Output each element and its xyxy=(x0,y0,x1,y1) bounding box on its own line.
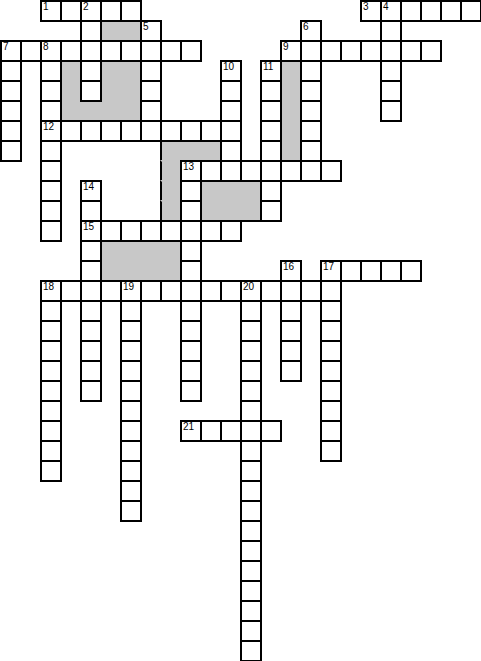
letter-cell[interactable] xyxy=(80,120,102,142)
letter-cell[interactable] xyxy=(160,280,182,302)
letter-cell[interactable] xyxy=(240,160,262,182)
letter-cell[interactable]: 6 xyxy=(300,20,322,42)
letter-cell[interactable] xyxy=(260,200,282,222)
letter-cell[interactable] xyxy=(80,340,102,362)
letter-cell[interactable] xyxy=(260,80,282,102)
clue-number: 9 xyxy=(283,42,289,52)
letter-cell[interactable] xyxy=(100,220,122,242)
letter-cell[interactable] xyxy=(280,280,302,302)
letter-cell[interactable] xyxy=(360,40,382,62)
letter-cell[interactable] xyxy=(280,300,302,322)
letter-cell[interactable] xyxy=(180,360,202,382)
letter-cell[interactable]: 7 xyxy=(0,40,22,62)
letter-cell[interactable] xyxy=(300,100,322,122)
letter-cell[interactable]: 2 xyxy=(80,0,102,22)
letter-cell[interactable] xyxy=(60,120,82,142)
letter-cell[interactable] xyxy=(300,60,322,82)
letter-cell[interactable] xyxy=(300,120,322,142)
letter-cell[interactable] xyxy=(220,420,242,442)
letter-cell[interactable] xyxy=(320,40,342,62)
letter-cell[interactable]: 19 xyxy=(120,280,142,302)
clue-number: 19 xyxy=(123,282,134,292)
letter-cell[interactable] xyxy=(60,40,82,62)
shaded-cell xyxy=(200,180,222,202)
letter-cell[interactable] xyxy=(320,160,342,182)
letter-cell[interactable] xyxy=(80,380,102,402)
shaded-cell xyxy=(100,20,122,42)
letter-cell[interactable] xyxy=(240,400,262,422)
letter-cell[interactable] xyxy=(120,320,142,342)
letter-cell[interactable] xyxy=(220,160,242,182)
letter-cell[interactable] xyxy=(120,480,142,502)
clue-number: 3 xyxy=(363,2,369,12)
letter-cell[interactable] xyxy=(320,400,342,422)
shaded-cell xyxy=(60,80,82,102)
letter-cell[interactable] xyxy=(320,360,342,382)
letter-cell[interactable] xyxy=(340,40,362,62)
letter-cell[interactable] xyxy=(100,40,122,62)
shaded-cell xyxy=(160,140,182,162)
letter-cell[interactable] xyxy=(420,40,442,62)
letter-cell[interactable] xyxy=(260,160,282,182)
clue-number: 16 xyxy=(283,262,294,272)
letter-cell[interactable] xyxy=(40,100,62,122)
shaded-cell xyxy=(100,240,122,262)
letter-cell[interactable] xyxy=(240,520,262,542)
shaded-cell xyxy=(240,180,262,202)
letter-cell[interactable] xyxy=(220,100,242,122)
letter-cell[interactable] xyxy=(240,560,262,582)
letter-cell[interactable] xyxy=(380,20,402,42)
letter-cell[interactable]: 21 xyxy=(180,420,202,442)
letter-cell[interactable] xyxy=(160,40,182,62)
letter-cell[interactable] xyxy=(40,320,62,342)
letter-cell[interactable] xyxy=(80,20,102,42)
letter-cell[interactable] xyxy=(180,260,202,282)
shaded-cell xyxy=(280,60,302,82)
shaded-cell xyxy=(120,260,142,282)
letter-cell[interactable] xyxy=(120,460,142,482)
clue-number: 15 xyxy=(83,222,94,232)
letter-cell[interactable] xyxy=(180,40,202,62)
letter-cell[interactable] xyxy=(120,400,142,422)
shaded-cell xyxy=(200,200,222,222)
letter-cell[interactable] xyxy=(80,320,102,342)
letter-cell[interactable] xyxy=(240,320,262,342)
letter-cell[interactable] xyxy=(140,60,162,82)
shaded-cell xyxy=(160,260,182,282)
shaded-cell xyxy=(120,20,142,42)
shaded-cell xyxy=(220,180,242,202)
letter-cell[interactable] xyxy=(200,160,222,182)
letter-cell[interactable] xyxy=(220,140,242,162)
letter-cell[interactable] xyxy=(300,40,322,62)
shaded-cell xyxy=(100,80,122,102)
letter-cell[interactable] xyxy=(180,120,202,142)
clue-number: 13 xyxy=(183,162,194,172)
letter-cell[interactable] xyxy=(240,480,262,502)
letter-cell[interactable] xyxy=(80,200,102,222)
letter-cell[interactable]: 1 xyxy=(40,0,62,22)
clue-number: 4 xyxy=(383,2,389,12)
letter-cell[interactable] xyxy=(120,220,142,242)
letter-cell[interactable] xyxy=(380,40,402,62)
letter-cell[interactable] xyxy=(80,40,102,62)
letter-cell[interactable] xyxy=(320,380,342,402)
shaded-cell xyxy=(80,100,102,122)
shaded-cell xyxy=(160,180,182,202)
letter-cell[interactable] xyxy=(180,280,202,302)
shaded-cell xyxy=(280,100,302,122)
letter-cell[interactable]: 10 xyxy=(220,60,242,82)
letter-cell[interactable] xyxy=(40,180,62,202)
letter-cell[interactable] xyxy=(120,440,142,462)
letter-cell[interactable] xyxy=(260,120,282,142)
letter-cell[interactable] xyxy=(380,80,402,102)
letter-cell[interactable] xyxy=(80,260,102,282)
letter-cell[interactable] xyxy=(200,420,222,442)
letter-cell[interactable] xyxy=(140,220,162,242)
letter-cell[interactable] xyxy=(320,420,342,442)
shaded-cell xyxy=(60,100,82,122)
letter-cell[interactable] xyxy=(140,120,162,142)
letter-cell[interactable] xyxy=(40,60,62,82)
letter-cell[interactable] xyxy=(260,420,282,442)
letter-cell[interactable] xyxy=(120,300,142,322)
letter-cell[interactable] xyxy=(60,280,82,302)
letter-cell[interactable] xyxy=(40,380,62,402)
letter-cell[interactable] xyxy=(260,140,282,162)
shaded-cell xyxy=(280,120,302,142)
letter-cell[interactable] xyxy=(80,80,102,102)
letter-cell[interactable] xyxy=(300,160,322,182)
letter-cell[interactable] xyxy=(40,160,62,182)
clue-number: 2 xyxy=(83,2,89,12)
clue-number: 6 xyxy=(303,22,309,32)
letter-cell[interactable] xyxy=(240,620,262,642)
letter-cell[interactable]: 5 xyxy=(140,20,162,42)
letter-cell[interactable]: 8 xyxy=(40,40,62,62)
clue-number: 14 xyxy=(83,182,94,192)
letter-cell[interactable] xyxy=(280,360,302,382)
letter-cell[interactable] xyxy=(260,280,282,302)
letter-cell[interactable] xyxy=(220,220,242,242)
letter-cell[interactable] xyxy=(40,140,62,162)
letter-cell[interactable] xyxy=(220,120,242,142)
letter-cell[interactable] xyxy=(220,80,242,102)
letter-cell[interactable] xyxy=(240,580,262,602)
letter-cell[interactable] xyxy=(260,100,282,122)
letter-cell[interactable] xyxy=(220,280,242,302)
letter-cell[interactable] xyxy=(40,300,62,322)
letter-cell[interactable] xyxy=(240,500,262,522)
letter-cell[interactable] xyxy=(140,280,162,302)
shaded-cell xyxy=(60,60,82,82)
letter-cell[interactable] xyxy=(180,320,202,342)
letter-cell[interactable] xyxy=(160,220,182,242)
clue-number: 1 xyxy=(43,2,49,12)
clue-number: 5 xyxy=(143,22,149,32)
letter-cell[interactable] xyxy=(320,280,342,302)
letter-cell[interactable] xyxy=(80,280,102,302)
letter-cell[interactable] xyxy=(40,220,62,242)
letter-cell[interactable] xyxy=(320,340,342,362)
letter-cell[interactable] xyxy=(180,200,202,222)
letter-cell[interactable] xyxy=(140,80,162,102)
letter-cell[interactable] xyxy=(240,540,262,562)
shaded-cell xyxy=(120,60,142,82)
letter-cell[interactable] xyxy=(180,380,202,402)
letter-cell[interactable] xyxy=(140,100,162,122)
letter-cell[interactable] xyxy=(260,180,282,202)
letter-cell[interactable] xyxy=(120,0,142,22)
shaded-cell xyxy=(140,240,162,262)
letter-cell[interactable] xyxy=(320,300,342,322)
letter-cell[interactable]: 14 xyxy=(80,180,102,202)
letter-cell[interactable] xyxy=(180,220,202,242)
letter-cell[interactable] xyxy=(100,120,122,142)
clue-number: 17 xyxy=(323,262,334,272)
letter-cell[interactable] xyxy=(0,140,22,162)
letter-cell[interactable] xyxy=(180,240,202,262)
clue-number: 11 xyxy=(263,62,273,72)
letter-cell[interactable] xyxy=(240,360,262,382)
letter-cell[interactable] xyxy=(60,0,82,22)
letter-cell[interactable]: 15 xyxy=(80,220,102,242)
letter-cell[interactable] xyxy=(40,340,62,362)
letter-cell[interactable] xyxy=(420,0,442,22)
clue-number: 21 xyxy=(183,422,194,432)
letter-cell[interactable] xyxy=(180,300,202,322)
letter-cell[interactable] xyxy=(100,0,122,22)
clue-number: 10 xyxy=(223,62,234,72)
letter-cell[interactable]: 9 xyxy=(280,40,302,62)
letter-cell[interactable] xyxy=(140,40,162,62)
letter-cell[interactable] xyxy=(240,460,262,482)
shaded-cell xyxy=(220,200,242,222)
clue-number: 12 xyxy=(43,122,54,132)
shaded-cell xyxy=(120,100,142,122)
letter-cell[interactable] xyxy=(280,320,302,342)
letter-cell[interactable] xyxy=(380,260,402,282)
letter-cell[interactable] xyxy=(0,60,22,82)
letter-cell[interactable] xyxy=(200,120,222,142)
letter-cell[interactable] xyxy=(460,0,481,22)
letter-cell[interactable]: 3 xyxy=(360,0,382,22)
letter-cell[interactable] xyxy=(440,0,462,22)
letter-cell[interactable] xyxy=(320,440,342,462)
letter-cell[interactable] xyxy=(240,420,262,442)
letter-cell[interactable] xyxy=(40,200,62,222)
letter-cell[interactable] xyxy=(300,80,322,102)
letter-cell[interactable] xyxy=(300,140,322,162)
shaded-cell xyxy=(120,80,142,102)
letter-cell[interactable] xyxy=(0,100,22,122)
letter-cell[interactable] xyxy=(240,600,262,622)
shaded-cell xyxy=(140,260,162,282)
letter-cell[interactable] xyxy=(240,640,262,661)
letter-cell[interactable] xyxy=(200,280,222,302)
letter-cell[interactable] xyxy=(40,400,62,422)
shaded-cell xyxy=(280,80,302,102)
letter-cell[interactable] xyxy=(40,420,62,442)
letter-cell[interactable]: 13 xyxy=(180,160,202,182)
letter-cell[interactable] xyxy=(80,60,102,82)
letter-cell[interactable] xyxy=(120,500,142,522)
clue-number: 20 xyxy=(243,282,254,292)
letter-cell[interactable]: 11 xyxy=(260,60,282,82)
letter-cell[interactable]: 4 xyxy=(380,0,402,22)
letter-cell[interactable] xyxy=(40,360,62,382)
shaded-cell xyxy=(160,200,182,222)
letter-cell[interactable] xyxy=(0,120,22,142)
letter-cell[interactable] xyxy=(400,40,422,62)
letter-cell[interactable] xyxy=(340,260,362,282)
letter-cell[interactable] xyxy=(240,440,262,462)
letter-cell[interactable] xyxy=(300,280,322,302)
letter-cell[interactable] xyxy=(120,340,142,362)
letter-cell[interactable]: 18 xyxy=(40,280,62,302)
letter-cell[interactable] xyxy=(380,60,402,82)
letter-cell[interactable] xyxy=(0,80,22,102)
letter-cell[interactable] xyxy=(100,280,122,302)
letter-cell[interactable]: 12 xyxy=(40,120,62,142)
letter-cell[interactable] xyxy=(160,120,182,142)
shaded-cell xyxy=(280,140,302,162)
shaded-cell xyxy=(240,200,262,222)
crossword-board: 123456789101112131415161718192021 xyxy=(0,0,481,661)
clue-number: 8 xyxy=(43,42,49,52)
letter-cell[interactable] xyxy=(280,340,302,362)
letter-cell[interactable] xyxy=(240,340,262,362)
letter-cell[interactable] xyxy=(400,0,422,22)
letter-cell[interactable] xyxy=(80,240,102,262)
letter-cell[interactable] xyxy=(120,380,142,402)
letter-cell[interactable] xyxy=(380,100,402,122)
letter-cell[interactable] xyxy=(80,300,102,322)
letter-cell[interactable] xyxy=(40,460,62,482)
shaded-cell xyxy=(100,260,122,282)
letter-cell[interactable] xyxy=(180,180,202,202)
letter-cell[interactable] xyxy=(280,160,302,182)
letter-cell[interactable] xyxy=(120,40,142,62)
letter-cell[interactable] xyxy=(120,360,142,382)
letter-cell[interactable] xyxy=(400,260,422,282)
letter-cell[interactable] xyxy=(20,40,42,62)
shaded-cell xyxy=(120,240,142,262)
letter-cell[interactable] xyxy=(180,340,202,362)
shaded-cell xyxy=(100,60,122,82)
letter-cell[interactable]: 20 xyxy=(240,280,262,302)
letter-cell[interactable] xyxy=(360,260,382,282)
shaded-cell xyxy=(160,240,182,262)
letter-cell[interactable] xyxy=(80,360,102,382)
shaded-cell xyxy=(180,140,202,162)
letter-cell[interactable] xyxy=(200,220,222,242)
shaded-cell xyxy=(200,140,222,162)
clue-number: 7 xyxy=(3,42,9,52)
letter-cell[interactable] xyxy=(40,80,62,102)
letter-cell[interactable]: 16 xyxy=(280,260,302,282)
letter-cell[interactable] xyxy=(240,380,262,402)
letter-cell[interactable] xyxy=(320,320,342,342)
letter-cell[interactable]: 17 xyxy=(320,260,342,282)
letter-cell[interactable] xyxy=(40,440,62,462)
letter-cell[interactable] xyxy=(240,300,262,322)
letter-cell[interactable] xyxy=(120,120,142,142)
letter-cell[interactable] xyxy=(120,420,142,442)
shaded-cell xyxy=(160,160,182,182)
clue-number: 18 xyxy=(43,282,54,292)
shaded-cell xyxy=(100,100,122,122)
